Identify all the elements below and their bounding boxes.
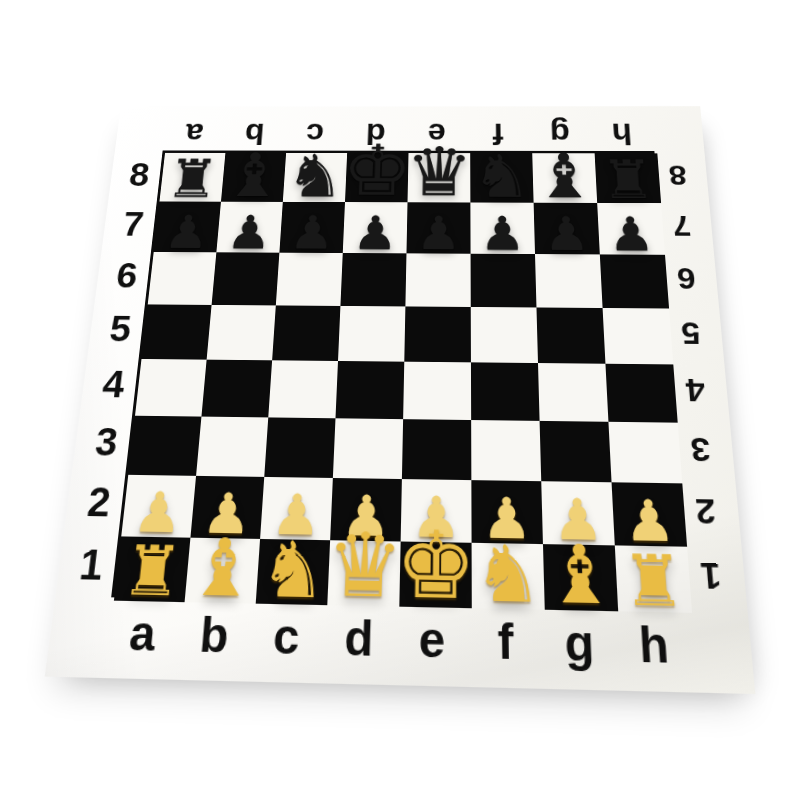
piece-black-pawn-e7[interactable]: ♟ bbox=[416, 211, 462, 257]
rank-label-right-8: 8 bbox=[654, 151, 701, 201]
square-c6[interactable] bbox=[276, 253, 343, 306]
rank-label-left-4: 4 bbox=[88, 356, 139, 413]
square-b1[interactable]: ♝ bbox=[185, 538, 260, 604]
square-a4[interactable] bbox=[135, 359, 207, 417]
piece-white-king-e1[interactable]: ♚ bbox=[394, 518, 476, 613]
square-c5[interactable] bbox=[272, 305, 340, 361]
square-d6[interactable] bbox=[340, 253, 406, 306]
piece-black-bishop-g8[interactable]: ♝ bbox=[533, 145, 597, 206]
piece-black-bishop-b8[interactable]: ♝ bbox=[221, 145, 285, 205]
piece-black-pawn-h7[interactable]: ♟ bbox=[607, 211, 656, 258]
square-g5[interactable] bbox=[536, 307, 605, 363]
square-e8[interactable]: ♛ bbox=[408, 153, 471, 202]
square-d4[interactable] bbox=[335, 361, 404, 419]
mat-corner-top-left bbox=[122, 113, 167, 151]
piece-black-king-d8[interactable]: ♚ bbox=[341, 136, 413, 206]
mat-corner-top-right bbox=[652, 113, 697, 151]
square-b4[interactable] bbox=[201, 360, 272, 418]
piece-black-pawn-a7[interactable]: ♟ bbox=[162, 210, 211, 256]
square-c1[interactable]: ♞ bbox=[256, 539, 330, 605]
square-c4[interactable] bbox=[268, 360, 338, 418]
rank-label-left-1: 1 bbox=[64, 532, 119, 597]
square-h3[interactable] bbox=[608, 422, 682, 484]
square-g4[interactable] bbox=[538, 363, 608, 422]
rank-label-right-3: 3 bbox=[674, 420, 727, 481]
square-g3[interactable] bbox=[540, 421, 612, 482]
chess-mat: abcdefgh8♜♝♞♚♛♞♝♜♟♟♟♟♟♟♟♟♟♟♟♟♟♟♟♟♜♝♞♛♚♞♝… bbox=[45, 106, 756, 694]
square-a7[interactable]: ♟ bbox=[154, 201, 221, 252]
square-e3[interactable] bbox=[402, 419, 471, 480]
piece-black-rook-a8[interactable]: ♜ bbox=[164, 153, 221, 205]
piece-black-pawn-d7[interactable]: ♟ bbox=[352, 210, 399, 256]
square-c8[interactable]: ♞ bbox=[283, 153, 347, 202]
rank-label-left-5: 5 bbox=[95, 301, 145, 356]
mat-grid: abcdefgh8♜♝♞♚♛♞♝♜♟♟♟♟♟♟♟♟♟♟♟♟♟♟♟♟♜♝♞♛♚♞♝… bbox=[54, 113, 745, 685]
square-b5[interactable] bbox=[207, 305, 276, 360]
piece-black-queen-e8[interactable]: ♛ bbox=[405, 139, 473, 206]
square-h8[interactable]: ♜ bbox=[595, 153, 661, 203]
piece-white-queen-d1[interactable]: ♛ bbox=[324, 521, 404, 611]
square-b3[interactable] bbox=[196, 417, 268, 477]
board: ♜♝♞♚♛♞♝♜♟♟♟♟♟♟♟♟♟♟♟♟♟♟♟♟♜♝♞♛♚♞♝♜ bbox=[111, 150, 688, 609]
square-a8[interactable]: ♜ bbox=[159, 153, 225, 202]
square-h4[interactable] bbox=[605, 364, 677, 423]
rank-label-right-7: 7 bbox=[658, 201, 706, 253]
square-d3[interactable] bbox=[333, 418, 403, 479]
square-a2[interactable]: ♟ bbox=[121, 475, 196, 538]
square-g8[interactable]: ♝ bbox=[532, 153, 597, 203]
piece-white-rook-a1[interactable]: ♜ bbox=[119, 537, 185, 607]
rank-label-left-3: 3 bbox=[80, 412, 132, 472]
square-f3[interactable] bbox=[471, 420, 541, 481]
piece-white-knight-f1[interactable]: ♞ bbox=[473, 534, 543, 614]
piece-white-rook-h1[interactable]: ♜ bbox=[620, 546, 686, 618]
square-a5[interactable] bbox=[141, 304, 211, 359]
square-h6[interactable] bbox=[600, 254, 669, 308]
piece-white-knight-c1[interactable]: ♞ bbox=[257, 531, 329, 610]
square-a1[interactable]: ♜ bbox=[114, 536, 191, 602]
piece-black-pawn-c7[interactable]: ♟ bbox=[288, 210, 335, 256]
square-e1[interactable]: ♚ bbox=[399, 542, 471, 609]
mat-corner-bottom-left bbox=[54, 596, 111, 668]
mat-corner-bottom-right bbox=[689, 609, 746, 684]
square-d5[interactable] bbox=[338, 306, 405, 362]
square-b6[interactable] bbox=[212, 252, 280, 305]
piece-black-pawn-f7[interactable]: ♟ bbox=[480, 211, 526, 258]
piece-black-knight-f8[interactable]: ♞ bbox=[472, 147, 532, 206]
square-f5[interactable] bbox=[471, 307, 538, 363]
rank-label-right-1: 1 bbox=[684, 543, 739, 610]
square-a3[interactable] bbox=[128, 416, 201, 476]
rank-label-right-6: 6 bbox=[662, 252, 711, 306]
square-f8[interactable]: ♞ bbox=[470, 153, 533, 203]
square-c3[interactable] bbox=[264, 417, 335, 478]
piece-white-bishop-g1[interactable]: ♝ bbox=[544, 533, 618, 615]
square-h1[interactable]: ♜ bbox=[615, 545, 692, 612]
square-e4[interactable] bbox=[403, 362, 471, 420]
square-e7[interactable]: ♟ bbox=[406, 202, 470, 253]
file-label-top-h: h bbox=[590, 113, 655, 151]
square-e6[interactable] bbox=[405, 253, 470, 307]
file-label-top-a: a bbox=[163, 113, 227, 151]
square-b8[interactable]: ♝ bbox=[221, 153, 286, 202]
square-f4[interactable] bbox=[471, 362, 540, 421]
piece-white-bishop-b1[interactable]: ♝ bbox=[185, 527, 260, 608]
rank-label-left-6: 6 bbox=[102, 249, 151, 302]
photo-scene: abcdefgh8♜♝♞♚♛♞♝♜♟♟♟♟♟♟♟♟♟♟♟♟♟♟♟♟♜♝♞♛♚♞♝… bbox=[0, 0, 800, 800]
square-g1[interactable]: ♝ bbox=[543, 544, 618, 611]
piece-black-pawn-g7[interactable]: ♟ bbox=[543, 211, 591, 258]
rank-label-right-5: 5 bbox=[666, 306, 716, 362]
rank-label-left-2: 2 bbox=[72, 471, 126, 533]
rank-label-right-2: 2 bbox=[679, 480, 733, 544]
square-f6[interactable] bbox=[471, 254, 537, 308]
piece-black-pawn-b7[interactable]: ♟ bbox=[225, 210, 273, 256]
square-h5[interactable] bbox=[603, 308, 674, 364]
square-e5[interactable] bbox=[404, 306, 471, 362]
piece-black-knight-c8[interactable]: ♞ bbox=[284, 147, 346, 206]
square-a6[interactable] bbox=[148, 252, 217, 305]
rank-label-left-8: 8 bbox=[116, 150, 163, 199]
square-f1[interactable]: ♞ bbox=[472, 543, 545, 610]
rank-label-right-4: 4 bbox=[670, 362, 721, 421]
square-d1[interactable]: ♛ bbox=[327, 540, 400, 606]
rank-label-left-7: 7 bbox=[109, 199, 157, 250]
square-g6[interactable] bbox=[535, 254, 603, 308]
piece-black-rook-h8[interactable]: ♜ bbox=[600, 153, 657, 206]
square-d8[interactable]: ♚ bbox=[345, 153, 409, 202]
square-h2[interactable]: ♟ bbox=[612, 482, 688, 546]
